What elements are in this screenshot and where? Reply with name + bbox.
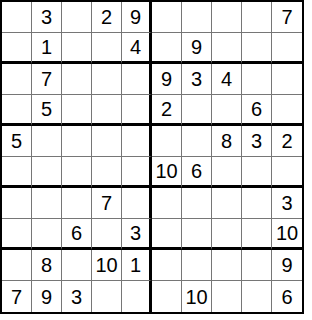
cell-r9c4[interactable]: 10 <box>92 250 122 281</box>
cell-r6c9[interactable] <box>242 157 272 188</box>
cell-r1c3[interactable] <box>62 2 92 33</box>
cell-r5c9[interactable]: 3 <box>242 126 272 157</box>
cell-r6c8[interactable] <box>212 157 242 188</box>
cell-r7c2[interactable] <box>32 188 62 219</box>
cell-r10c10[interactable]: 6 <box>272 281 302 312</box>
cell-r5c7[interactable] <box>182 126 212 157</box>
cell-r7c7[interactable] <box>182 188 212 219</box>
cell-r2c6[interactable] <box>152 33 182 64</box>
cell-r3c1[interactable] <box>2 64 32 95</box>
cell-r8c9[interactable] <box>242 219 272 250</box>
cell-r9c6[interactable] <box>152 250 182 281</box>
cell-r2c8[interactable] <box>212 33 242 64</box>
cell-r6c5[interactable] <box>122 157 152 188</box>
cell-r2c10[interactable] <box>272 33 302 64</box>
cell-r7c9[interactable] <box>242 188 272 219</box>
cell-r2c2[interactable]: 1 <box>32 33 62 64</box>
cell-r1c6[interactable] <box>152 2 182 33</box>
cell-r1c8[interactable] <box>212 2 242 33</box>
cell-r7c6[interactable] <box>152 188 182 219</box>
cell-r9c7[interactable] <box>182 250 212 281</box>
cell-r5c10[interactable]: 2 <box>272 126 302 157</box>
cell-r1c9[interactable] <box>242 2 272 33</box>
cell-r6c10[interactable] <box>272 157 302 188</box>
cell-r2c5[interactable]: 4 <box>122 33 152 64</box>
cell-r3c6[interactable]: 9 <box>152 64 182 95</box>
cell-r2c4[interactable] <box>92 33 122 64</box>
cell-r4c8[interactable] <box>212 95 242 126</box>
cell-r10c4[interactable] <box>92 281 122 312</box>
sudoku-board: 32971497934526583210673631081019793106 <box>0 0 304 314</box>
cell-r8c3[interactable]: 6 <box>62 219 92 250</box>
cell-r3c3[interactable] <box>62 64 92 95</box>
cell-r4c7[interactable] <box>182 95 212 126</box>
cell-r1c7[interactable] <box>182 2 212 33</box>
cell-r1c1[interactable] <box>2 2 32 33</box>
cell-r10c6[interactable] <box>152 281 182 312</box>
cell-r9c8[interactable] <box>212 250 242 281</box>
cell-r2c3[interactable] <box>62 33 92 64</box>
cell-r6c2[interactable] <box>32 157 62 188</box>
cell-r1c2[interactable]: 3 <box>32 2 62 33</box>
cell-r8c4[interactable] <box>92 219 122 250</box>
cell-r4c1[interactable] <box>2 95 32 126</box>
cell-r2c1[interactable] <box>2 33 32 64</box>
cell-r5c3[interactable] <box>62 126 92 157</box>
cell-r8c5[interactable]: 3 <box>122 219 152 250</box>
cell-r9c5[interactable]: 1 <box>122 250 152 281</box>
cell-r4c3[interactable] <box>62 95 92 126</box>
cell-r9c1[interactable] <box>2 250 32 281</box>
cell-r10c1[interactable]: 7 <box>2 281 32 312</box>
cell-r3c9[interactable] <box>242 64 272 95</box>
cell-r4c9[interactable]: 6 <box>242 95 272 126</box>
cell-r7c3[interactable] <box>62 188 92 219</box>
cell-r5c2[interactable] <box>32 126 62 157</box>
cell-r5c6[interactable] <box>152 126 182 157</box>
cell-r1c10[interactable]: 7 <box>272 2 302 33</box>
cell-r7c10[interactable]: 3 <box>272 188 302 219</box>
cell-r5c8[interactable]: 8 <box>212 126 242 157</box>
cell-r8c8[interactable] <box>212 219 242 250</box>
cell-r9c9[interactable] <box>242 250 272 281</box>
cell-r10c5[interactable] <box>122 281 152 312</box>
cell-r2c7[interactable]: 9 <box>182 33 212 64</box>
cell-r3c8[interactable]: 4 <box>212 64 242 95</box>
cell-r4c6[interactable]: 2 <box>152 95 182 126</box>
cell-r5c1[interactable]: 5 <box>2 126 32 157</box>
cell-r8c7[interactable] <box>182 219 212 250</box>
cell-r10c8[interactable] <box>212 281 242 312</box>
cell-r3c2[interactable]: 7 <box>32 64 62 95</box>
cell-r7c1[interactable] <box>2 188 32 219</box>
cell-r9c10[interactable]: 9 <box>272 250 302 281</box>
cell-r9c2[interactable]: 8 <box>32 250 62 281</box>
cell-r6c4[interactable] <box>92 157 122 188</box>
cell-r7c8[interactable] <box>212 188 242 219</box>
cell-r6c1[interactable] <box>2 157 32 188</box>
cell-r8c6[interactable] <box>152 219 182 250</box>
cell-r6c3[interactable] <box>62 157 92 188</box>
cell-r3c4[interactable] <box>92 64 122 95</box>
cell-r6c6[interactable]: 10 <box>152 157 182 188</box>
cell-r8c2[interactable] <box>32 219 62 250</box>
cell-r8c10[interactable]: 10 <box>272 219 302 250</box>
cell-r3c10[interactable] <box>272 64 302 95</box>
cell-r10c7[interactable]: 10 <box>182 281 212 312</box>
cell-r8c1[interactable] <box>2 219 32 250</box>
cell-r10c2[interactable]: 9 <box>32 281 62 312</box>
cell-r5c5[interactable] <box>122 126 152 157</box>
cell-r1c4[interactable]: 2 <box>92 2 122 33</box>
cell-r9c3[interactable] <box>62 250 92 281</box>
cell-r3c7[interactable]: 3 <box>182 64 212 95</box>
cell-r10c3[interactable]: 3 <box>62 281 92 312</box>
cell-r4c5[interactable] <box>122 95 152 126</box>
cell-r3c5[interactable] <box>122 64 152 95</box>
cell-r7c5[interactable] <box>122 188 152 219</box>
cell-r7c4[interactable]: 7 <box>92 188 122 219</box>
cell-r4c2[interactable]: 5 <box>32 95 62 126</box>
cell-r2c9[interactable] <box>242 33 272 64</box>
cell-r1c5[interactable]: 9 <box>122 2 152 33</box>
cell-r4c4[interactable] <box>92 95 122 126</box>
cell-r5c4[interactable] <box>92 126 122 157</box>
cell-r10c9[interactable] <box>242 281 272 312</box>
cell-r4c10[interactable] <box>272 95 302 126</box>
cell-r6c7[interactable]: 6 <box>182 157 212 188</box>
